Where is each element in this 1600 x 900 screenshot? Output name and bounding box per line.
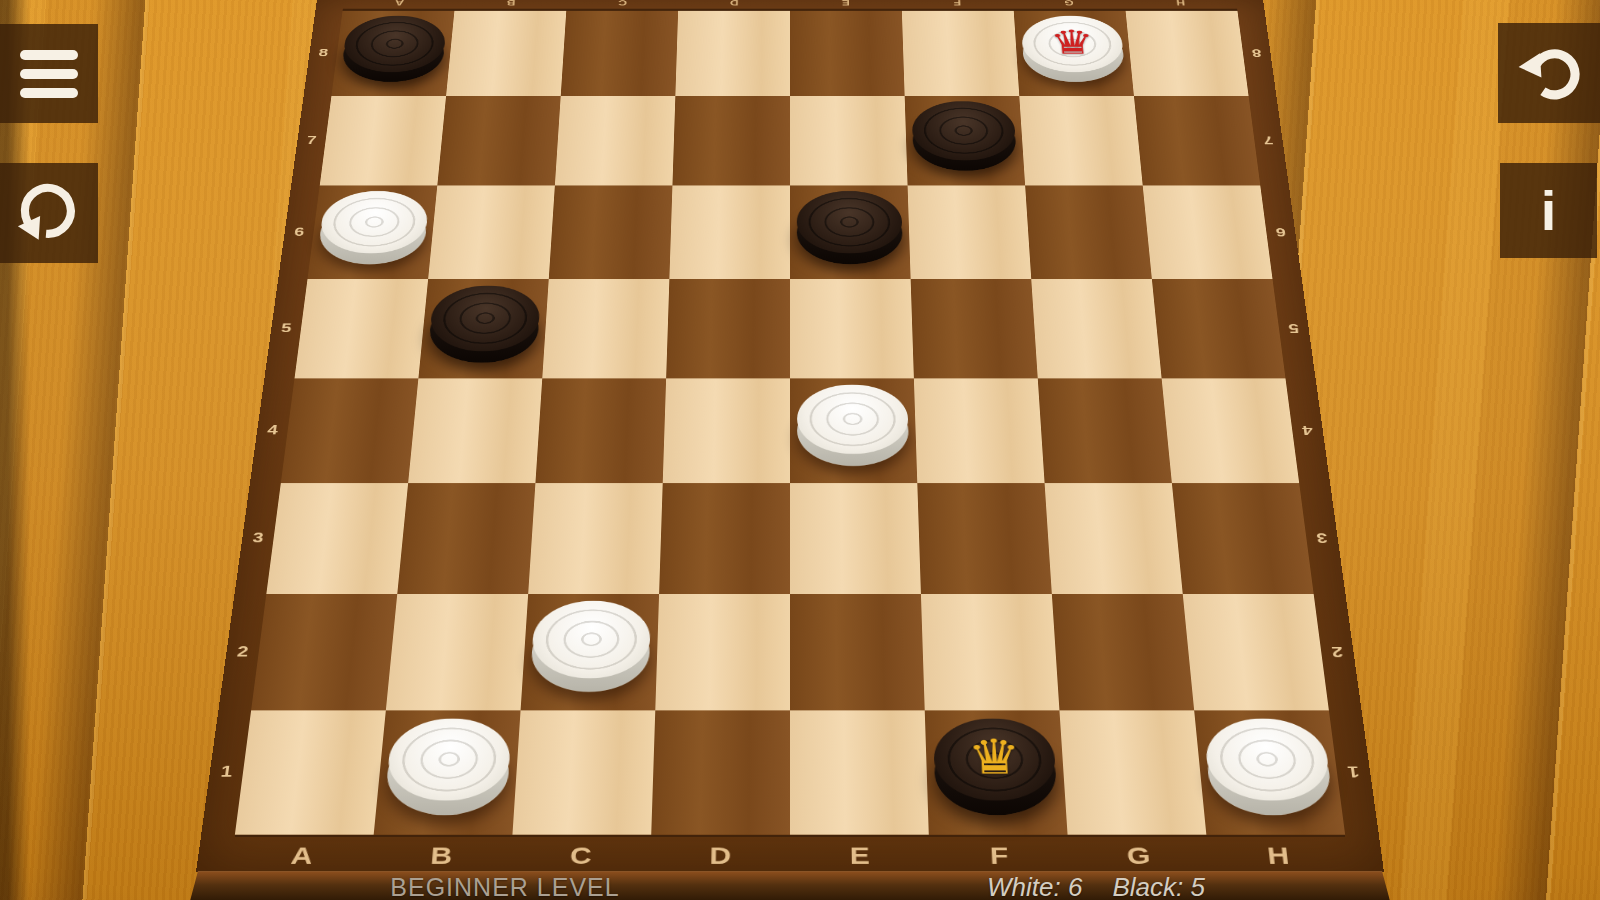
square-e6[interactable]: [790, 185, 911, 279]
file-label-top-g: G: [1013, 0, 1126, 9]
piece-white-man-c2[interactable]: [529, 601, 651, 692]
piece-black-man-b5[interactable]: [427, 285, 541, 362]
file-label-bottom-g: G: [1068, 837, 1211, 874]
file-label-top-a: A: [343, 0, 456, 9]
square-e5[interactable]: [790, 279, 914, 378]
square-c7[interactable]: [555, 96, 675, 185]
square-d5[interactable]: [666, 279, 790, 378]
piece-white-king-g8[interactable]: ♛: [1020, 16, 1126, 82]
square-h2[interactable]: [1183, 594, 1329, 711]
square-c5[interactable]: [542, 279, 669, 378]
square-a6[interactable]: [307, 185, 437, 279]
square-g7[interactable]: [1019, 96, 1142, 185]
square-g1[interactable]: [1059, 711, 1206, 835]
square-h6[interactable]: [1143, 185, 1273, 279]
file-label-bottom-c: C: [510, 837, 651, 874]
file-label-top-f: F: [901, 0, 1013, 9]
checkers-board: ABCDEFGH ♛♛ ABCDEFGH 1122334455667788: [196, 0, 1384, 872]
square-b8[interactable]: [446, 11, 566, 96]
file-label-bottom-b: B: [370, 837, 513, 874]
square-g6[interactable]: [1025, 185, 1152, 279]
square-d6[interactable]: [669, 185, 790, 279]
piece-black-man-f7[interactable]: [911, 101, 1017, 171]
level-label: BEGINNER LEVEL: [390, 872, 619, 900]
info-icon: i: [1541, 183, 1557, 239]
square-h8[interactable]: [1126, 11, 1249, 96]
score-bar: White: 6 Black: 5: [987, 871, 1205, 900]
piece-white-man-a6[interactable]: [316, 191, 430, 264]
file-label-bottom-e: E: [790, 837, 930, 874]
piece-white-man-h1[interactable]: [1203, 718, 1335, 815]
square-a7[interactable]: [320, 96, 446, 185]
square-f4[interactable]: [914, 378, 1045, 483]
file-label-bottom-f: F: [929, 837, 1070, 874]
square-a5[interactable]: [295, 279, 429, 378]
square-f2[interactable]: [921, 594, 1060, 711]
square-b2[interactable]: [386, 594, 528, 711]
square-e8[interactable]: [790, 11, 905, 96]
square-b6[interactable]: [428, 185, 555, 279]
square-g5[interactable]: [1031, 279, 1161, 378]
square-e2[interactable]: [790, 594, 925, 711]
hamburger-icon: [20, 50, 78, 98]
square-g8[interactable]: ♛: [1014, 11, 1134, 96]
undo-button[interactable]: [1498, 23, 1600, 123]
square-f8[interactable]: [902, 11, 1019, 96]
piece-black-king-f1[interactable]: ♛: [933, 718, 1059, 815]
piece-top: [797, 385, 909, 454]
square-d1[interactable]: [651, 711, 790, 835]
piece-black-man-a8[interactable]: [340, 16, 448, 82]
square-d4[interactable]: [663, 378, 790, 483]
square-a2[interactable]: [251, 594, 397, 711]
board-front-face: BEGINNER LEVEL White: 6 Black: 5: [190, 871, 1390, 900]
square-c8[interactable]: [561, 11, 678, 96]
file-labels-top: ABCDEFGH: [343, 0, 1238, 11]
undo-icon: [1511, 35, 1587, 111]
square-b1[interactable]: [374, 711, 521, 835]
file-label-top-d: D: [678, 0, 790, 9]
piece-top: [797, 191, 903, 253]
square-h4[interactable]: [1162, 378, 1300, 483]
square-e7[interactable]: [790, 96, 908, 185]
square-e1[interactable]: [790, 711, 929, 835]
file-label-bottom-d: D: [650, 837, 790, 874]
restart-button[interactable]: [0, 163, 98, 263]
square-c6[interactable]: [549, 185, 673, 279]
square-h7[interactable]: [1134, 96, 1260, 185]
file-labels-bottom: ABCDEFGH: [230, 835, 1351, 875]
square-e4[interactable]: [790, 378, 917, 483]
square-a8[interactable]: [331, 11, 454, 96]
square-c2[interactable]: [521, 594, 660, 711]
square-e3[interactable]: [790, 483, 921, 594]
white-score: White: 6: [987, 871, 1082, 900]
file-label-bottom-a: A: [230, 837, 374, 874]
square-b4[interactable]: [408, 378, 542, 483]
file-label-top-e: E: [790, 0, 902, 9]
black-score: Black: 5: [1112, 871, 1205, 900]
square-g4[interactable]: [1038, 378, 1172, 483]
square-f3[interactable]: [917, 483, 1052, 594]
square-c3[interactable]: [528, 483, 663, 594]
file-label-top-h: H: [1124, 0, 1237, 9]
square-d8[interactable]: [675, 11, 790, 96]
square-f7[interactable]: [905, 96, 1025, 185]
piece-white-man-b1[interactable]: [384, 718, 513, 815]
square-g2[interactable]: [1052, 594, 1194, 711]
square-c4[interactable]: [535, 378, 666, 483]
file-label-top-b: B: [455, 0, 568, 9]
square-c1[interactable]: [512, 711, 655, 835]
square-g3[interactable]: [1045, 483, 1183, 594]
menu-button[interactable]: [0, 24, 98, 123]
square-f5[interactable]: [911, 279, 1038, 378]
info-button[interactable]: i: [1500, 163, 1597, 258]
square-d2[interactable]: [655, 594, 790, 711]
square-a3[interactable]: [266, 483, 408, 594]
file-label-bottom-h: H: [1207, 837, 1351, 874]
square-b3[interactable]: [397, 483, 535, 594]
board-squares: ♛♛: [235, 11, 1345, 835]
square-h3[interactable]: [1172, 483, 1314, 594]
square-h1[interactable]: [1194, 711, 1345, 835]
crown-icon: ♛: [1049, 26, 1097, 59]
square-b5[interactable]: [418, 279, 548, 378]
square-f1[interactable]: ♛: [925, 711, 1068, 835]
restart-icon: [12, 176, 86, 250]
square-b7[interactable]: [437, 96, 560, 185]
piece-white-man-e4[interactable]: [797, 385, 909, 467]
square-h5[interactable]: [1152, 279, 1286, 378]
square-d7[interactable]: [672, 96, 790, 185]
crown-icon: ♛: [966, 733, 1022, 781]
square-f6[interactable]: [908, 185, 1032, 279]
checkers-app-screen: { "game": "checkers", "variant": "Englis…: [0, 0, 1600, 900]
file-label-top-c: C: [566, 0, 678, 9]
square-d3[interactable]: [659, 483, 790, 594]
piece-black-man-e6[interactable]: [797, 191, 904, 264]
square-a4[interactable]: [281, 378, 419, 483]
square-a1[interactable]: [235, 711, 386, 835]
piece-top: [911, 101, 1016, 160]
